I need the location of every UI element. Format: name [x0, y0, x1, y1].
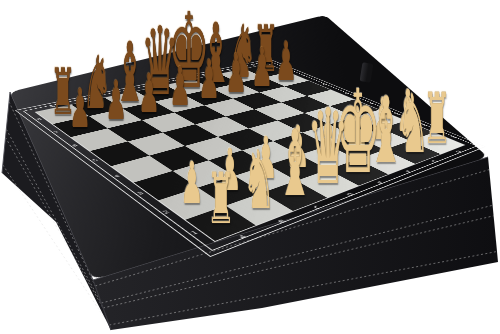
piece-black-pawn: ♟	[105, 74, 127, 128]
piece-black-pawn: ♟	[275, 35, 297, 89]
piece-black-pawn: ♟	[198, 52, 220, 106]
piece-black-pawn: ♟	[225, 46, 247, 100]
piece-white-bishop: ♝	[276, 119, 313, 210]
piece-white-knight: ♞	[243, 141, 276, 222]
piece-black-pawn: ♟	[138, 66, 160, 120]
piece-black-pawn: ♟	[251, 40, 273, 94]
piece-white-rook: ♜	[206, 164, 234, 234]
pieces-layer: ♜♞♝♛♚♝♞♜♟♟♟♟♟♟♟♟♟♟♟♟♟♟♟♟♜♞♝♛♚♝♞♜	[0, 0, 500, 334]
piece-white-pawn: ♟	[180, 155, 203, 213]
piece-black-pawn: ♟	[169, 59, 191, 113]
chess-set-product-photo: AABBCCDDEEFFGGHH1122334455667788 ♜♞♝♛♚♝♞…	[0, 0, 500, 334]
piece-black-pawn: ♟	[69, 82, 91, 136]
